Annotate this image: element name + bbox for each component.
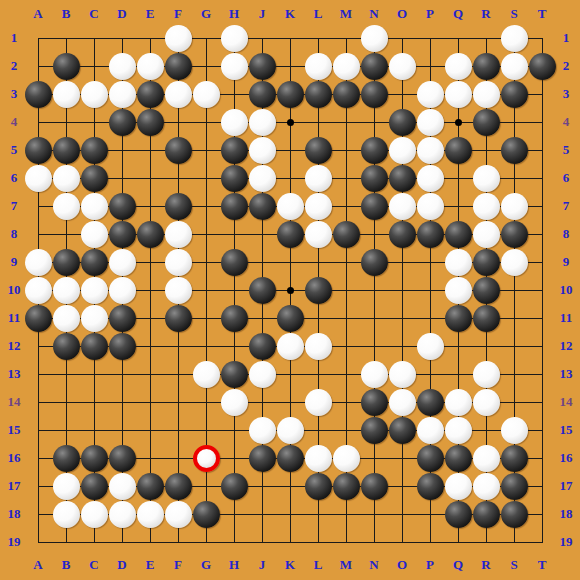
board-cell[interactable] bbox=[52, 276, 80, 304]
board-cell[interactable] bbox=[192, 472, 220, 500]
board-cell[interactable] bbox=[80, 500, 108, 528]
board-cell[interactable] bbox=[136, 192, 164, 220]
board-cell[interactable] bbox=[388, 304, 416, 332]
board-cell[interactable] bbox=[416, 136, 444, 164]
board-cell[interactable] bbox=[220, 220, 248, 248]
board-cell[interactable] bbox=[332, 472, 360, 500]
board-cell[interactable] bbox=[388, 276, 416, 304]
board-cell[interactable] bbox=[80, 472, 108, 500]
board-cell[interactable] bbox=[500, 164, 528, 192]
board-cell[interactable] bbox=[24, 528, 52, 556]
board-cell[interactable] bbox=[528, 192, 556, 220]
board-cell[interactable] bbox=[528, 52, 556, 80]
board-cell[interactable] bbox=[192, 332, 220, 360]
board-cell[interactable] bbox=[220, 444, 248, 472]
board-cell[interactable] bbox=[472, 304, 500, 332]
board-cell[interactable] bbox=[500, 24, 528, 52]
board-cell[interactable] bbox=[248, 304, 276, 332]
board-cell[interactable] bbox=[52, 304, 80, 332]
board-cell[interactable] bbox=[80, 388, 108, 416]
board-cell[interactable] bbox=[136, 276, 164, 304]
board-cell[interactable] bbox=[108, 108, 136, 136]
board-cell[interactable] bbox=[276, 360, 304, 388]
board-cell[interactable] bbox=[192, 444, 220, 472]
board-cell[interactable] bbox=[192, 388, 220, 416]
board-cell[interactable] bbox=[192, 192, 220, 220]
board-cell[interactable] bbox=[500, 304, 528, 332]
board-cell[interactable] bbox=[52, 360, 80, 388]
board-cell[interactable] bbox=[444, 108, 472, 136]
board-cell[interactable] bbox=[388, 164, 416, 192]
board-cell[interactable] bbox=[80, 52, 108, 80]
board-cell[interactable] bbox=[472, 528, 500, 556]
board-cell[interactable] bbox=[444, 388, 472, 416]
board-cell[interactable] bbox=[136, 416, 164, 444]
board-cell[interactable] bbox=[332, 388, 360, 416]
board-cell[interactable] bbox=[52, 388, 80, 416]
board-cell[interactable] bbox=[332, 136, 360, 164]
board-cell[interactable] bbox=[444, 444, 472, 472]
board-cell[interactable] bbox=[500, 528, 528, 556]
board-cell[interactable] bbox=[276, 80, 304, 108]
board-cell[interactable] bbox=[164, 360, 192, 388]
board-cell[interactable] bbox=[80, 248, 108, 276]
board-cell[interactable] bbox=[500, 136, 528, 164]
board-cell[interactable] bbox=[108, 248, 136, 276]
board-cell[interactable] bbox=[80, 416, 108, 444]
board-cell[interactable] bbox=[192, 80, 220, 108]
board-cell[interactable] bbox=[388, 24, 416, 52]
board-cell[interactable] bbox=[164, 332, 192, 360]
board-cell[interactable] bbox=[164, 500, 192, 528]
board-cell[interactable] bbox=[192, 360, 220, 388]
board-cell[interactable] bbox=[248, 136, 276, 164]
board-cell[interactable] bbox=[416, 500, 444, 528]
board-cell[interactable] bbox=[500, 388, 528, 416]
board-cell[interactable] bbox=[192, 108, 220, 136]
board-cell[interactable] bbox=[220, 472, 248, 500]
board-cell[interactable] bbox=[52, 108, 80, 136]
board-cell[interactable] bbox=[192, 528, 220, 556]
board-cell[interactable] bbox=[416, 192, 444, 220]
board-cell[interactable] bbox=[472, 164, 500, 192]
board-cell[interactable] bbox=[108, 416, 136, 444]
board-cell[interactable] bbox=[164, 52, 192, 80]
board-cell[interactable] bbox=[220, 164, 248, 192]
board-cell[interactable] bbox=[136, 388, 164, 416]
board-cell[interactable] bbox=[388, 528, 416, 556]
board-cell[interactable] bbox=[220, 416, 248, 444]
board-cell[interactable] bbox=[164, 444, 192, 472]
board-cell[interactable] bbox=[136, 80, 164, 108]
board-cell[interactable] bbox=[416, 164, 444, 192]
board-cell[interactable] bbox=[220, 276, 248, 304]
board-cell[interactable] bbox=[80, 360, 108, 388]
board-cell[interactable] bbox=[332, 304, 360, 332]
board-cell[interactable] bbox=[220, 360, 248, 388]
board-cell[interactable] bbox=[360, 136, 388, 164]
board-cell[interactable] bbox=[164, 472, 192, 500]
board-cell[interactable] bbox=[80, 164, 108, 192]
board-cell[interactable] bbox=[416, 388, 444, 416]
board-cell[interactable] bbox=[24, 416, 52, 444]
board-cell[interactable] bbox=[276, 136, 304, 164]
board-cell[interactable] bbox=[24, 444, 52, 472]
board-cell[interactable] bbox=[416, 80, 444, 108]
board-cell[interactable] bbox=[500, 80, 528, 108]
board-cell[interactable] bbox=[108, 276, 136, 304]
board-cell[interactable] bbox=[108, 136, 136, 164]
board-cell[interactable] bbox=[80, 24, 108, 52]
board-cell[interactable] bbox=[360, 528, 388, 556]
board-cell[interactable] bbox=[528, 360, 556, 388]
board-cell[interactable] bbox=[52, 248, 80, 276]
board-cell[interactable] bbox=[164, 80, 192, 108]
board-cell[interactable] bbox=[276, 192, 304, 220]
board-cell[interactable] bbox=[108, 220, 136, 248]
board-cell[interactable] bbox=[528, 528, 556, 556]
board-cell[interactable] bbox=[136, 500, 164, 528]
board-cell[interactable] bbox=[248, 80, 276, 108]
board-cell[interactable] bbox=[108, 80, 136, 108]
board-cell[interactable] bbox=[108, 332, 136, 360]
board-cell[interactable] bbox=[472, 108, 500, 136]
board-cell[interactable] bbox=[248, 528, 276, 556]
board-cell[interactable] bbox=[304, 332, 332, 360]
board-cell[interactable] bbox=[528, 248, 556, 276]
board-cell[interactable] bbox=[304, 444, 332, 472]
board-cell[interactable] bbox=[80, 80, 108, 108]
board-cell[interactable] bbox=[500, 108, 528, 136]
board-cell[interactable] bbox=[52, 80, 80, 108]
board-cell[interactable] bbox=[500, 360, 528, 388]
board-cell[interactable] bbox=[108, 192, 136, 220]
board-cell[interactable] bbox=[416, 108, 444, 136]
board-cell[interactable] bbox=[304, 304, 332, 332]
board-cell[interactable] bbox=[52, 500, 80, 528]
board-cell[interactable] bbox=[192, 500, 220, 528]
board-cell[interactable] bbox=[136, 444, 164, 472]
board-cell[interactable] bbox=[80, 108, 108, 136]
board-cell[interactable] bbox=[528, 416, 556, 444]
board-cell[interactable] bbox=[164, 388, 192, 416]
board-cell[interactable] bbox=[304, 52, 332, 80]
board-cell[interactable] bbox=[472, 276, 500, 304]
board-cell[interactable] bbox=[52, 52, 80, 80]
board-cell[interactable] bbox=[332, 248, 360, 276]
board-cell[interactable] bbox=[528, 304, 556, 332]
board-cell[interactable] bbox=[416, 220, 444, 248]
board-cell[interactable] bbox=[108, 444, 136, 472]
board-cell[interactable] bbox=[192, 248, 220, 276]
board-cell[interactable] bbox=[164, 108, 192, 136]
board-cell[interactable] bbox=[304, 248, 332, 276]
board-cell[interactable] bbox=[360, 416, 388, 444]
board-cell[interactable] bbox=[24, 472, 52, 500]
board-cell[interactable] bbox=[276, 164, 304, 192]
board-cell[interactable] bbox=[220, 80, 248, 108]
board-cell[interactable] bbox=[360, 472, 388, 500]
board-cell[interactable] bbox=[136, 52, 164, 80]
board-cell[interactable] bbox=[164, 24, 192, 52]
board-cell[interactable] bbox=[500, 192, 528, 220]
board-cell[interactable] bbox=[416, 332, 444, 360]
board-cell[interactable] bbox=[248, 444, 276, 472]
board-cell[interactable] bbox=[444, 472, 472, 500]
board-cell[interactable] bbox=[108, 472, 136, 500]
board-cell[interactable] bbox=[360, 360, 388, 388]
board-cell[interactable] bbox=[332, 416, 360, 444]
board-cell[interactable] bbox=[388, 500, 416, 528]
board-cell[interactable] bbox=[304, 80, 332, 108]
board-cell[interactable] bbox=[444, 80, 472, 108]
board-cell[interactable] bbox=[388, 416, 416, 444]
board-cell[interactable] bbox=[500, 472, 528, 500]
board-cell[interactable] bbox=[360, 192, 388, 220]
board-cell[interactable] bbox=[444, 276, 472, 304]
board-cell[interactable] bbox=[304, 220, 332, 248]
board-cell[interactable] bbox=[360, 276, 388, 304]
board-cell[interactable] bbox=[164, 192, 192, 220]
board-cell[interactable] bbox=[416, 248, 444, 276]
board-cell[interactable] bbox=[500, 220, 528, 248]
board-cell[interactable] bbox=[388, 388, 416, 416]
board-cell[interactable] bbox=[472, 52, 500, 80]
board-cell[interactable] bbox=[136, 360, 164, 388]
board-cell[interactable] bbox=[248, 164, 276, 192]
board-cell[interactable] bbox=[24, 52, 52, 80]
board-cell[interactable] bbox=[528, 24, 556, 52]
board-cell[interactable] bbox=[332, 24, 360, 52]
board-cell[interactable] bbox=[52, 220, 80, 248]
board-cell[interactable] bbox=[192, 304, 220, 332]
board-cell[interactable] bbox=[220, 24, 248, 52]
board-cell[interactable] bbox=[248, 24, 276, 52]
board-cell[interactable] bbox=[276, 24, 304, 52]
board-cell[interactable] bbox=[528, 136, 556, 164]
board-cell[interactable] bbox=[528, 332, 556, 360]
board-cell[interactable] bbox=[164, 136, 192, 164]
board-cell[interactable] bbox=[220, 304, 248, 332]
board-cell[interactable] bbox=[80, 304, 108, 332]
board-cell[interactable] bbox=[276, 416, 304, 444]
board-cell[interactable] bbox=[332, 528, 360, 556]
board-cell[interactable] bbox=[80, 276, 108, 304]
board-cell[interactable] bbox=[164, 304, 192, 332]
board-cell[interactable] bbox=[500, 332, 528, 360]
board-cell[interactable] bbox=[80, 332, 108, 360]
board-cell[interactable] bbox=[528, 472, 556, 500]
board-cell[interactable] bbox=[304, 24, 332, 52]
board-cell[interactable] bbox=[24, 192, 52, 220]
board-cell[interactable] bbox=[108, 52, 136, 80]
board-cell[interactable] bbox=[248, 276, 276, 304]
board-cell[interactable] bbox=[248, 388, 276, 416]
board-cell[interactable] bbox=[136, 332, 164, 360]
board-cell[interactable] bbox=[360, 108, 388, 136]
board-cell[interactable] bbox=[164, 220, 192, 248]
board-cell[interactable] bbox=[500, 500, 528, 528]
board-cell[interactable] bbox=[192, 276, 220, 304]
board-cell[interactable] bbox=[276, 304, 304, 332]
board-cell[interactable] bbox=[444, 136, 472, 164]
board-cell[interactable] bbox=[444, 332, 472, 360]
board-cell[interactable] bbox=[416, 24, 444, 52]
board-cell[interactable] bbox=[304, 108, 332, 136]
board-cell[interactable] bbox=[220, 108, 248, 136]
board-cell[interactable] bbox=[416, 528, 444, 556]
board-cell[interactable] bbox=[444, 164, 472, 192]
board-cell[interactable] bbox=[108, 304, 136, 332]
board-cell[interactable] bbox=[304, 472, 332, 500]
board-cell[interactable] bbox=[192, 136, 220, 164]
board-cell[interactable] bbox=[416, 52, 444, 80]
board-cell[interactable] bbox=[360, 248, 388, 276]
board-cell[interactable] bbox=[108, 164, 136, 192]
board-cell[interactable] bbox=[332, 276, 360, 304]
board-cell[interactable] bbox=[304, 388, 332, 416]
board-cell[interactable] bbox=[248, 332, 276, 360]
board-cell[interactable] bbox=[136, 472, 164, 500]
board-cell[interactable] bbox=[276, 500, 304, 528]
board-cell[interactable] bbox=[388, 332, 416, 360]
board-cell[interactable] bbox=[388, 108, 416, 136]
board-cell[interactable] bbox=[388, 220, 416, 248]
board-cell[interactable] bbox=[164, 416, 192, 444]
board-cell[interactable] bbox=[164, 248, 192, 276]
board-cell[interactable] bbox=[332, 220, 360, 248]
board-cell[interactable] bbox=[192, 24, 220, 52]
board-cell[interactable] bbox=[472, 416, 500, 444]
board-cell[interactable] bbox=[388, 192, 416, 220]
board-cell[interactable] bbox=[52, 332, 80, 360]
board-cell[interactable] bbox=[332, 108, 360, 136]
board-cell[interactable] bbox=[360, 388, 388, 416]
board-cell[interactable] bbox=[416, 472, 444, 500]
board-cell[interactable] bbox=[276, 472, 304, 500]
board-cell[interactable] bbox=[528, 108, 556, 136]
board-cell[interactable] bbox=[528, 80, 556, 108]
board-cell[interactable] bbox=[24, 220, 52, 248]
board-cell[interactable] bbox=[276, 108, 304, 136]
board-cell[interactable] bbox=[108, 388, 136, 416]
board-cell[interactable] bbox=[220, 332, 248, 360]
board-cell[interactable] bbox=[192, 52, 220, 80]
board-cell[interactable] bbox=[192, 416, 220, 444]
board-cell[interactable] bbox=[248, 248, 276, 276]
board-cell[interactable] bbox=[416, 276, 444, 304]
board-cell[interactable] bbox=[80, 192, 108, 220]
board-cell[interactable] bbox=[80, 136, 108, 164]
board-cell[interactable] bbox=[248, 192, 276, 220]
board-cell[interactable] bbox=[276, 388, 304, 416]
board-cell[interactable] bbox=[248, 220, 276, 248]
board-cell[interactable] bbox=[136, 164, 164, 192]
board-cell[interactable] bbox=[472, 80, 500, 108]
board-cell[interactable] bbox=[472, 332, 500, 360]
board-cell[interactable] bbox=[304, 500, 332, 528]
board-cell[interactable] bbox=[304, 528, 332, 556]
board-cell[interactable] bbox=[52, 164, 80, 192]
board-cell[interactable] bbox=[472, 136, 500, 164]
board-cell[interactable] bbox=[472, 248, 500, 276]
board-cell[interactable] bbox=[416, 304, 444, 332]
board-cell[interactable] bbox=[332, 444, 360, 472]
board-cell[interactable] bbox=[136, 304, 164, 332]
board-cell[interactable] bbox=[108, 360, 136, 388]
board-cell[interactable] bbox=[24, 360, 52, 388]
board-cell[interactable] bbox=[528, 164, 556, 192]
board-cell[interactable] bbox=[276, 332, 304, 360]
board-cell[interactable] bbox=[500, 276, 528, 304]
board-cell[interactable] bbox=[220, 52, 248, 80]
board-cell[interactable] bbox=[332, 192, 360, 220]
board-cell[interactable] bbox=[164, 276, 192, 304]
board-cell[interactable] bbox=[444, 500, 472, 528]
board-cell[interactable] bbox=[472, 444, 500, 472]
board-cell[interactable] bbox=[136, 248, 164, 276]
board-cell[interactable] bbox=[52, 24, 80, 52]
board-cell[interactable] bbox=[360, 220, 388, 248]
board-cell[interactable] bbox=[360, 52, 388, 80]
board-cell[interactable] bbox=[248, 108, 276, 136]
board-cell[interactable] bbox=[304, 416, 332, 444]
board-cell[interactable] bbox=[472, 360, 500, 388]
board-cell[interactable] bbox=[248, 500, 276, 528]
board-cell[interactable] bbox=[388, 136, 416, 164]
board-cell[interactable] bbox=[136, 528, 164, 556]
board-cell[interactable] bbox=[444, 24, 472, 52]
board-cell[interactable] bbox=[80, 444, 108, 472]
board-cell[interactable] bbox=[444, 192, 472, 220]
board-cell[interactable] bbox=[24, 500, 52, 528]
board-cell[interactable] bbox=[304, 360, 332, 388]
board-cell[interactable] bbox=[108, 528, 136, 556]
board-cell[interactable] bbox=[24, 164, 52, 192]
board-cell[interactable] bbox=[304, 164, 332, 192]
board-cell[interactable] bbox=[220, 388, 248, 416]
board-cell[interactable] bbox=[444, 52, 472, 80]
board-cell[interactable] bbox=[444, 304, 472, 332]
board-cell[interactable] bbox=[192, 164, 220, 192]
board-cell[interactable] bbox=[388, 52, 416, 80]
board-cell[interactable] bbox=[220, 248, 248, 276]
board-cell[interactable] bbox=[248, 472, 276, 500]
board-cell[interactable] bbox=[528, 500, 556, 528]
board-cell[interactable] bbox=[444, 360, 472, 388]
board-cell[interactable] bbox=[360, 24, 388, 52]
board-cell[interactable] bbox=[360, 164, 388, 192]
board-cell[interactable] bbox=[304, 276, 332, 304]
board-cell[interactable] bbox=[500, 416, 528, 444]
board-cell[interactable] bbox=[24, 24, 52, 52]
board-cell[interactable] bbox=[276, 528, 304, 556]
board-cell[interactable] bbox=[248, 416, 276, 444]
board-cell[interactable] bbox=[528, 388, 556, 416]
board-cell[interactable] bbox=[136, 220, 164, 248]
board-cell[interactable] bbox=[276, 220, 304, 248]
board-cell[interactable] bbox=[192, 220, 220, 248]
board-cell[interactable] bbox=[24, 388, 52, 416]
board-cell[interactable] bbox=[472, 192, 500, 220]
board-cell[interactable] bbox=[52, 444, 80, 472]
board-cell[interactable] bbox=[276, 248, 304, 276]
board-cell[interactable] bbox=[24, 136, 52, 164]
board-cell[interactable] bbox=[164, 164, 192, 192]
board-cell[interactable] bbox=[388, 360, 416, 388]
board-cell[interactable] bbox=[360, 500, 388, 528]
board-cell[interactable] bbox=[136, 136, 164, 164]
